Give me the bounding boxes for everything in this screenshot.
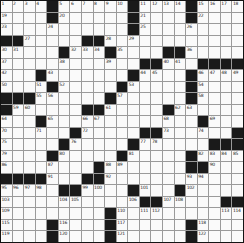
crossword-cell[interactable] bbox=[24, 128, 35, 139]
crossword-cell[interactable]: 3 bbox=[24, 1, 35, 12]
crossword-cell[interactable]: 80 bbox=[59, 151, 70, 162]
crossword-cell[interactable] bbox=[163, 185, 174, 196]
crossword-cell[interactable] bbox=[128, 105, 139, 116]
crossword-cell[interactable] bbox=[82, 139, 93, 150]
crossword-cell[interactable] bbox=[94, 59, 105, 70]
crossword-cell[interactable]: 102 bbox=[186, 185, 197, 196]
crossword-cell[interactable] bbox=[175, 151, 186, 162]
crossword-cell[interactable] bbox=[117, 70, 128, 81]
crossword-cell[interactable] bbox=[82, 70, 93, 81]
crossword-cell[interactable] bbox=[151, 13, 162, 24]
crossword-cell[interactable] bbox=[140, 174, 151, 185]
crossword-cell[interactable]: 109 bbox=[1, 208, 12, 219]
crossword-cell[interactable] bbox=[70, 231, 81, 242]
crossword-cell[interactable] bbox=[175, 208, 186, 219]
crossword-cell[interactable] bbox=[209, 231, 220, 242]
crossword-cell[interactable] bbox=[209, 185, 220, 196]
crossword-cell[interactable]: 29 bbox=[128, 36, 139, 47]
crossword-cell[interactable] bbox=[117, 24, 128, 35]
crossword-cell[interactable] bbox=[128, 220, 139, 231]
crossword-cell[interactable] bbox=[82, 82, 93, 93]
crossword-cell[interactable]: 11 bbox=[140, 1, 151, 12]
crossword-cell[interactable] bbox=[163, 36, 174, 47]
crossword-cell[interactable]: 66 bbox=[82, 116, 93, 127]
crossword-cell[interactable] bbox=[232, 220, 243, 231]
crossword-cell[interactable]: 12 bbox=[151, 1, 162, 12]
crossword-cell[interactable] bbox=[36, 162, 47, 173]
crossword-cell[interactable] bbox=[36, 105, 47, 116]
crossword-cell[interactable]: 58 bbox=[198, 93, 209, 104]
crossword-cell[interactable] bbox=[117, 197, 128, 208]
crossword-cell[interactable]: 75 bbox=[1, 139, 12, 150]
crossword-cell[interactable] bbox=[82, 208, 93, 219]
crossword-cell[interactable]: 5 bbox=[59, 1, 70, 12]
crossword-cell[interactable] bbox=[198, 139, 209, 150]
crossword-cell[interactable]: 43 bbox=[47, 70, 58, 81]
crossword-cell[interactable] bbox=[128, 128, 139, 139]
crossword-cell[interactable] bbox=[13, 197, 24, 208]
crossword-cell[interactable] bbox=[105, 139, 116, 150]
crossword-cell[interactable] bbox=[140, 231, 151, 242]
crossword-cell[interactable] bbox=[209, 82, 220, 93]
crossword-cell[interactable] bbox=[186, 59, 197, 70]
crossword-cell[interactable] bbox=[140, 151, 151, 162]
crossword-cell[interactable]: 9 bbox=[105, 1, 116, 12]
crossword-cell[interactable]: 30 bbox=[1, 47, 12, 58]
crossword-cell[interactable] bbox=[163, 220, 174, 231]
crossword-cell[interactable]: 1 bbox=[1, 1, 12, 12]
crossword-cell[interactable] bbox=[70, 13, 81, 24]
crossword-cell[interactable] bbox=[221, 13, 232, 24]
crossword-cell[interactable] bbox=[47, 197, 58, 208]
crossword-cell[interactable] bbox=[232, 93, 243, 104]
crossword-cell[interactable]: 54 bbox=[198, 82, 209, 93]
crossword-cell[interactable] bbox=[36, 208, 47, 219]
crossword-cell[interactable] bbox=[94, 197, 105, 208]
crossword-cell[interactable] bbox=[175, 93, 186, 104]
crossword-cell[interactable] bbox=[151, 82, 162, 93]
crossword-cell[interactable] bbox=[47, 139, 58, 150]
crossword-cell[interactable] bbox=[128, 162, 139, 173]
crossword-cell[interactable] bbox=[70, 70, 81, 81]
crossword-cell[interactable]: 45 bbox=[151, 70, 162, 81]
crossword-cell[interactable] bbox=[186, 36, 197, 47]
crossword-cell[interactable] bbox=[47, 185, 58, 196]
crossword-cell[interactable] bbox=[105, 116, 116, 127]
crossword-cell[interactable] bbox=[36, 220, 47, 231]
crossword-cell[interactable] bbox=[209, 197, 220, 208]
crossword-cell[interactable]: 44 bbox=[140, 70, 151, 81]
crossword-cell[interactable]: 52 bbox=[59, 82, 70, 93]
crossword-cell[interactable] bbox=[163, 24, 174, 35]
crossword-cell[interactable] bbox=[163, 139, 174, 150]
crossword-cell[interactable]: 114 bbox=[232, 208, 243, 219]
crossword-cell[interactable] bbox=[151, 231, 162, 242]
crossword-cell[interactable] bbox=[232, 13, 243, 24]
crossword-cell[interactable] bbox=[13, 151, 24, 162]
crossword-cell[interactable] bbox=[151, 151, 162, 162]
crossword-cell[interactable] bbox=[232, 36, 243, 47]
crossword-cell[interactable] bbox=[128, 208, 139, 219]
crossword-cell[interactable] bbox=[186, 128, 197, 139]
crossword-cell[interactable] bbox=[36, 47, 47, 58]
crossword-cell[interactable]: 96 bbox=[13, 185, 24, 196]
crossword-cell[interactable] bbox=[82, 93, 93, 104]
crossword-cell[interactable] bbox=[198, 36, 209, 47]
crossword-cell[interactable] bbox=[175, 70, 186, 81]
crossword-cell[interactable] bbox=[13, 13, 24, 24]
crossword-cell[interactable] bbox=[221, 231, 232, 242]
crossword-cell[interactable] bbox=[59, 128, 70, 139]
crossword-cell[interactable] bbox=[151, 162, 162, 173]
crossword-cell[interactable] bbox=[24, 59, 35, 70]
crossword-cell[interactable] bbox=[128, 47, 139, 58]
crossword-cell[interactable] bbox=[221, 82, 232, 93]
crossword-cell[interactable]: 65 bbox=[47, 116, 58, 127]
crossword-cell[interactable] bbox=[24, 151, 35, 162]
crossword-cell[interactable]: 27 bbox=[24, 36, 35, 47]
crossword-cell[interactable] bbox=[105, 185, 116, 196]
crossword-cell[interactable]: 120 bbox=[59, 231, 70, 242]
crossword-cell[interactable] bbox=[105, 70, 116, 81]
crossword-cell[interactable]: 8 bbox=[94, 1, 105, 12]
crossword-cell[interactable]: 22 bbox=[198, 13, 209, 24]
crossword-cell[interactable] bbox=[47, 36, 58, 47]
crossword-cell[interactable]: 56 bbox=[47, 93, 58, 104]
crossword-cell[interactable]: 25 bbox=[140, 24, 151, 35]
crossword-cell[interactable] bbox=[94, 220, 105, 231]
crossword-cell[interactable]: 38 bbox=[59, 59, 70, 70]
crossword-cell[interactable] bbox=[117, 185, 128, 196]
crossword-cell[interactable]: 94 bbox=[198, 174, 209, 185]
crossword-cell[interactable]: 116 bbox=[59, 220, 70, 231]
crossword-cell[interactable] bbox=[163, 70, 174, 81]
crossword-cell[interactable] bbox=[186, 197, 197, 208]
crossword-cell[interactable] bbox=[47, 208, 58, 219]
crossword-cell[interactable] bbox=[221, 220, 232, 231]
crossword-cell[interactable] bbox=[140, 220, 151, 231]
crossword-cell[interactable] bbox=[13, 116, 24, 127]
crossword-cell[interactable]: 39 bbox=[105, 59, 116, 70]
crossword-cell[interactable]: 2 bbox=[13, 1, 24, 12]
crossword-cell[interactable]: 118 bbox=[198, 220, 209, 231]
crossword-cell[interactable]: 77 bbox=[140, 139, 151, 150]
crossword-cell[interactable] bbox=[70, 116, 81, 127]
crossword-cell[interactable] bbox=[24, 13, 35, 24]
crossword-cell[interactable] bbox=[140, 47, 151, 58]
crossword-cell[interactable]: 46 bbox=[198, 70, 209, 81]
crossword-cell[interactable] bbox=[140, 162, 151, 173]
crossword-cell[interactable] bbox=[209, 93, 220, 104]
crossword-cell[interactable] bbox=[36, 13, 47, 24]
crossword-cell[interactable] bbox=[232, 116, 243, 127]
crossword-cell[interactable] bbox=[198, 208, 209, 219]
crossword-cell[interactable] bbox=[13, 162, 24, 173]
crossword-cell[interactable] bbox=[128, 174, 139, 185]
crossword-cell[interactable]: 74 bbox=[198, 128, 209, 139]
crossword-cell[interactable]: 42 bbox=[1, 70, 12, 81]
crossword-cell[interactable] bbox=[117, 13, 128, 24]
crossword-cell[interactable]: 61 bbox=[105, 105, 116, 116]
crossword-cell[interactable]: 83 bbox=[209, 151, 220, 162]
crossword-cell[interactable] bbox=[94, 151, 105, 162]
crossword-cell[interactable]: 88 bbox=[105, 162, 116, 173]
crossword-cell[interactable]: 122 bbox=[198, 231, 209, 242]
crossword-cell[interactable]: 15 bbox=[198, 1, 209, 12]
crossword-cell[interactable] bbox=[175, 13, 186, 24]
crossword-cell[interactable] bbox=[209, 105, 220, 116]
crossword-cell[interactable]: 51 bbox=[36, 82, 47, 93]
crossword-cell[interactable]: 7 bbox=[82, 1, 93, 12]
crossword-cell[interactable] bbox=[24, 231, 35, 242]
crossword-cell[interactable] bbox=[24, 220, 35, 231]
crossword-cell[interactable] bbox=[82, 59, 93, 70]
crossword-cell[interactable] bbox=[198, 185, 209, 196]
crossword-cell[interactable] bbox=[82, 24, 93, 35]
crossword-cell[interactable]: 68 bbox=[163, 116, 174, 127]
crossword-cell[interactable]: 47 bbox=[209, 70, 220, 81]
crossword-cell[interactable]: 48 bbox=[221, 70, 232, 81]
crossword-cell[interactable]: 82 bbox=[198, 151, 209, 162]
crossword-cell[interactable]: 73 bbox=[163, 128, 174, 139]
crossword-cell[interactable] bbox=[94, 13, 105, 24]
crossword-cell[interactable] bbox=[151, 24, 162, 35]
crossword-cell[interactable]: 40 bbox=[163, 59, 174, 70]
crossword-cell[interactable] bbox=[94, 139, 105, 150]
crossword-cell[interactable]: 17 bbox=[221, 1, 232, 12]
crossword-cell[interactable] bbox=[175, 82, 186, 93]
crossword-cell[interactable]: 104 bbox=[59, 197, 70, 208]
crossword-cell[interactable]: 78 bbox=[151, 139, 162, 150]
crossword-cell[interactable] bbox=[94, 82, 105, 93]
crossword-cell[interactable]: 69 bbox=[209, 116, 220, 127]
crossword-cell[interactable] bbox=[232, 185, 243, 196]
crossword-cell[interactable] bbox=[47, 47, 58, 58]
crossword-cell[interactable]: 13 bbox=[163, 1, 174, 12]
crossword-cell[interactable] bbox=[47, 128, 58, 139]
crossword-cell[interactable] bbox=[209, 208, 220, 219]
crossword-cell[interactable] bbox=[175, 174, 186, 185]
crossword-cell[interactable]: 117 bbox=[117, 220, 128, 231]
crossword-cell[interactable]: 26 bbox=[186, 24, 197, 35]
crossword-cell[interactable] bbox=[163, 231, 174, 242]
crossword-cell[interactable]: 34 bbox=[94, 47, 105, 58]
crossword-cell[interactable]: 112 bbox=[151, 208, 162, 219]
crossword-cell[interactable] bbox=[13, 70, 24, 81]
crossword-cell[interactable] bbox=[82, 162, 93, 173]
crossword-cell[interactable] bbox=[221, 105, 232, 116]
crossword-cell[interactable] bbox=[221, 128, 232, 139]
crossword-cell[interactable] bbox=[151, 93, 162, 104]
crossword-cell[interactable] bbox=[13, 231, 24, 242]
crossword-cell[interactable] bbox=[128, 116, 139, 127]
crossword-cell[interactable] bbox=[140, 82, 151, 93]
crossword-cell[interactable]: 107 bbox=[163, 197, 174, 208]
crossword-cell[interactable]: 28 bbox=[105, 36, 116, 47]
crossword-cell[interactable] bbox=[70, 174, 81, 185]
crossword-cell[interactable] bbox=[94, 231, 105, 242]
crossword-cell[interactable] bbox=[175, 162, 186, 173]
crossword-cell[interactable] bbox=[36, 139, 47, 150]
crossword-cell[interactable]: 106 bbox=[128, 197, 139, 208]
crossword-cell[interactable] bbox=[175, 139, 186, 150]
crossword-cell[interactable] bbox=[117, 59, 128, 70]
crossword-cell[interactable]: 108 bbox=[175, 197, 186, 208]
crossword-cell[interactable] bbox=[175, 231, 186, 242]
crossword-cell[interactable] bbox=[163, 174, 174, 185]
crossword-cell[interactable] bbox=[105, 13, 116, 24]
crossword-cell[interactable]: 32 bbox=[70, 47, 81, 58]
crossword-cell[interactable] bbox=[13, 139, 24, 150]
crossword-cell[interactable] bbox=[59, 174, 70, 185]
crossword-cell[interactable]: 97 bbox=[24, 185, 35, 196]
crossword-cell[interactable]: 18 bbox=[232, 1, 243, 12]
crossword-cell[interactable] bbox=[70, 36, 81, 47]
crossword-cell[interactable] bbox=[105, 24, 116, 35]
crossword-cell[interactable] bbox=[128, 59, 139, 70]
crossword-cell[interactable] bbox=[36, 231, 47, 242]
crossword-cell[interactable]: 49 bbox=[232, 70, 243, 81]
crossword-cell[interactable]: 99 bbox=[82, 185, 93, 196]
crossword-cell[interactable] bbox=[163, 162, 174, 173]
crossword-cell[interactable]: 93 bbox=[186, 174, 197, 185]
crossword-cell[interactable] bbox=[82, 13, 93, 24]
crossword-cell[interactable]: 31 bbox=[13, 47, 24, 58]
crossword-cell[interactable]: 16 bbox=[209, 1, 220, 12]
crossword-cell[interactable] bbox=[70, 220, 81, 231]
crossword-cell[interactable]: 86 bbox=[1, 162, 12, 173]
crossword-cell[interactable] bbox=[232, 24, 243, 35]
crossword-cell[interactable] bbox=[24, 82, 35, 93]
crossword-cell[interactable]: 119 bbox=[1, 231, 12, 242]
crossword-cell[interactable]: 72 bbox=[82, 128, 93, 139]
crossword-cell[interactable]: 24 bbox=[47, 24, 58, 35]
crossword-cell[interactable] bbox=[70, 208, 81, 219]
crossword-cell[interactable] bbox=[140, 93, 151, 104]
crossword-cell[interactable] bbox=[94, 93, 105, 104]
crossword-cell[interactable]: 14 bbox=[175, 1, 186, 12]
crossword-cell[interactable] bbox=[140, 116, 151, 127]
crossword-cell[interactable] bbox=[151, 185, 162, 196]
crossword-cell[interactable] bbox=[82, 231, 93, 242]
crossword-cell[interactable] bbox=[94, 128, 105, 139]
crossword-cell[interactable] bbox=[198, 105, 209, 116]
crossword-cell[interactable]: 33 bbox=[82, 47, 93, 58]
crossword-cell[interactable] bbox=[24, 208, 35, 219]
crossword-cell[interactable] bbox=[232, 82, 243, 93]
crossword-cell[interactable] bbox=[151, 116, 162, 127]
crossword-cell[interactable] bbox=[47, 105, 58, 116]
crossword-cell[interactable] bbox=[59, 36, 70, 47]
crossword-cell[interactable] bbox=[232, 105, 243, 116]
crossword-cell[interactable]: 121 bbox=[117, 231, 128, 242]
crossword-cell[interactable]: 20 bbox=[59, 13, 70, 24]
crossword-cell[interactable]: 35 bbox=[117, 47, 128, 58]
crossword-cell[interactable] bbox=[70, 93, 81, 104]
crossword-cell[interactable] bbox=[13, 59, 24, 70]
crossword-cell[interactable]: 98 bbox=[36, 185, 47, 196]
crossword-cell[interactable] bbox=[163, 151, 174, 162]
crossword-cell[interactable]: 57 bbox=[117, 93, 128, 104]
crossword-cell[interactable]: 91 bbox=[47, 174, 58, 185]
crossword-cell[interactable]: 64 bbox=[1, 116, 12, 127]
crossword-cell[interactable] bbox=[117, 139, 128, 150]
crossword-cell[interactable]: 115 bbox=[1, 220, 12, 231]
crossword-cell[interactable] bbox=[36, 197, 47, 208]
crossword-cell[interactable] bbox=[163, 93, 174, 104]
crossword-cell[interactable] bbox=[186, 139, 197, 150]
crossword-cell[interactable]: 101 bbox=[140, 185, 151, 196]
crossword-cell[interactable] bbox=[186, 116, 197, 127]
crossword-cell[interactable]: 79 bbox=[1, 151, 12, 162]
crossword-cell[interactable]: 103 bbox=[1, 197, 12, 208]
crossword-cell[interactable]: 10 bbox=[117, 1, 128, 12]
crossword-cell[interactable] bbox=[221, 24, 232, 35]
crossword-cell[interactable] bbox=[94, 208, 105, 219]
crossword-cell[interactable] bbox=[70, 82, 81, 93]
crossword-cell[interactable] bbox=[209, 174, 220, 185]
crossword-cell[interactable] bbox=[59, 93, 70, 104]
crossword-cell[interactable] bbox=[221, 185, 232, 196]
crossword-cell[interactable] bbox=[94, 70, 105, 81]
crossword-cell[interactable] bbox=[70, 24, 81, 35]
crossword-cell[interactable]: 76 bbox=[70, 139, 81, 150]
crossword-cell[interactable] bbox=[232, 47, 243, 58]
crossword-cell[interactable]: 62 bbox=[175, 105, 186, 116]
crossword-cell[interactable] bbox=[175, 128, 186, 139]
crossword-cell[interactable]: 23 bbox=[1, 24, 12, 35]
crossword-cell[interactable] bbox=[59, 208, 70, 219]
crossword-cell[interactable]: 19 bbox=[1, 13, 12, 24]
crossword-cell[interactable] bbox=[175, 220, 186, 231]
crossword-cell[interactable] bbox=[36, 151, 47, 162]
crossword-cell[interactable] bbox=[24, 116, 35, 127]
crossword-cell[interactable] bbox=[151, 174, 162, 185]
crossword-cell[interactable] bbox=[59, 162, 70, 173]
crossword-cell[interactable] bbox=[36, 59, 47, 70]
crossword-cell[interactable] bbox=[175, 24, 186, 35]
crossword-cell[interactable] bbox=[24, 139, 35, 150]
crossword-cell[interactable] bbox=[105, 197, 116, 208]
crossword-cell[interactable] bbox=[128, 93, 139, 104]
crossword-cell[interactable] bbox=[82, 151, 93, 162]
crossword-cell[interactable] bbox=[198, 24, 209, 35]
crossword-cell[interactable]: 92 bbox=[105, 174, 116, 185]
crossword-cell[interactable] bbox=[13, 220, 24, 231]
crossword-cell[interactable] bbox=[209, 13, 220, 24]
crossword-cell[interactable] bbox=[198, 47, 209, 58]
crossword-cell[interactable] bbox=[70, 162, 81, 173]
crossword-cell[interactable]: 90 bbox=[209, 162, 220, 173]
crossword-cell[interactable] bbox=[232, 174, 243, 185]
crossword-cell[interactable] bbox=[221, 174, 232, 185]
crossword-cell[interactable]: 95 bbox=[1, 185, 12, 196]
crossword-cell[interactable] bbox=[117, 105, 128, 116]
crossword-cell[interactable] bbox=[117, 174, 128, 185]
crossword-cell[interactable] bbox=[163, 13, 174, 24]
crossword-cell[interactable]: 87 bbox=[47, 162, 58, 173]
crossword-cell[interactable]: 89 bbox=[117, 162, 128, 173]
crossword-cell[interactable]: 4 bbox=[36, 1, 47, 12]
crossword-cell[interactable] bbox=[82, 197, 93, 208]
crossword-cell[interactable]: 113 bbox=[221, 208, 232, 219]
crossword-cell[interactable] bbox=[140, 105, 151, 116]
crossword-cell[interactable]: 105 bbox=[70, 197, 81, 208]
crossword-cell[interactable] bbox=[140, 36, 151, 47]
crossword-cell[interactable] bbox=[59, 105, 70, 116]
crossword-cell[interactable] bbox=[36, 24, 47, 35]
crossword-cell[interactable] bbox=[13, 128, 24, 139]
